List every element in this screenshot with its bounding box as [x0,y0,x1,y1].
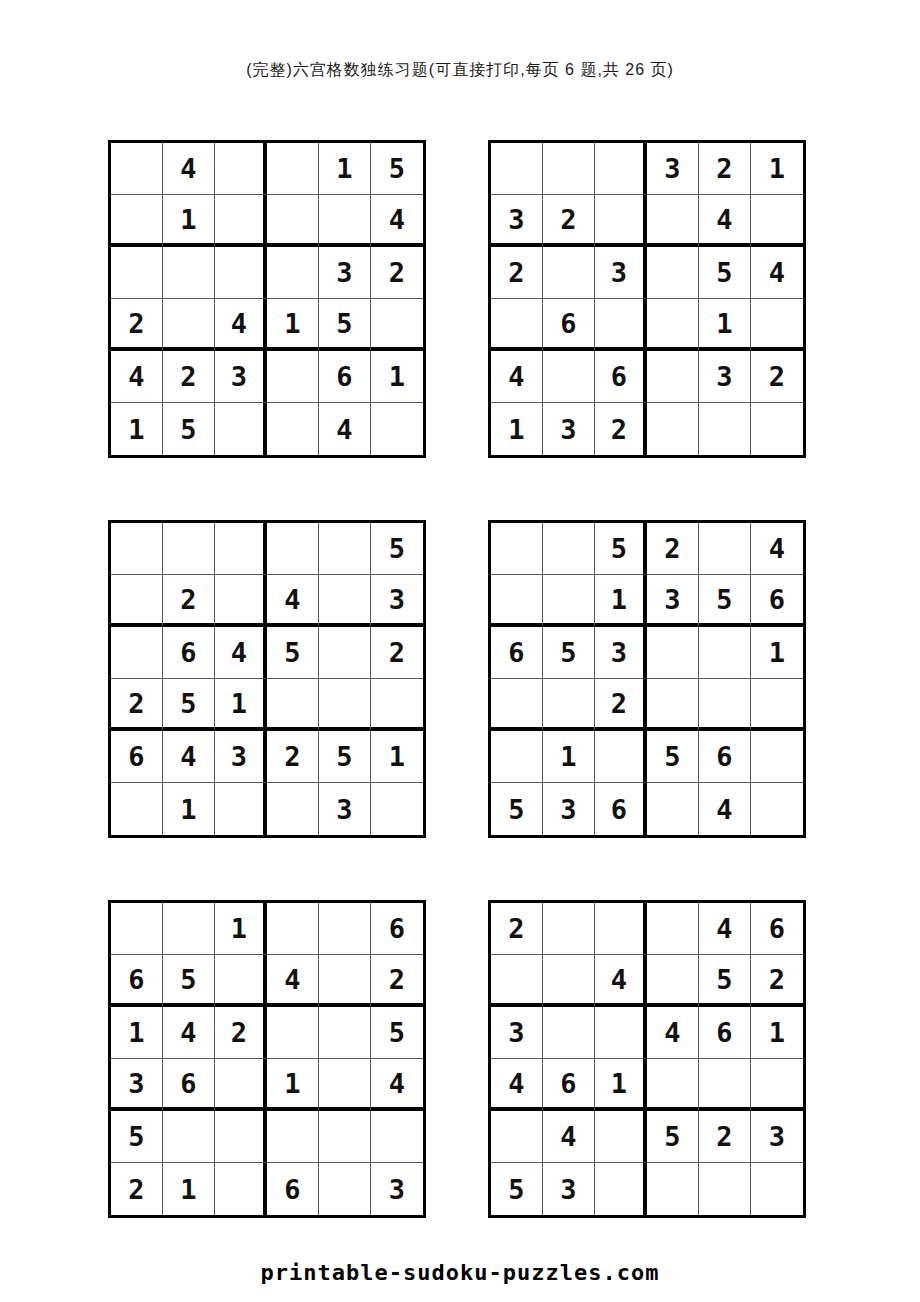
cell-r6c2: 3 [543,783,595,835]
cell-r1c6: 1 [751,143,803,195]
cell-r2c1 [111,575,163,627]
cell-r2c2: 5 [163,955,215,1007]
cell-r1c6: 4 [751,523,803,575]
cell-r1c4 [267,143,319,195]
cell-r6c1: 1 [111,403,163,455]
cell-r1c1 [111,523,163,575]
cell-r3c2 [163,247,215,299]
cell-r2c5: 4 [699,195,751,247]
cell-r3c5 [319,1007,371,1059]
cell-r6c3 [215,783,267,835]
cell-r6c5: 4 [699,783,751,835]
cell-r5c4 [267,351,319,403]
cell-r4c5: 5 [319,299,371,351]
cell-r4c5 [319,679,371,731]
cell-r2c5 [319,955,371,1007]
cell-r6c6 [751,403,803,455]
cell-r6c5 [699,1163,751,1215]
cell-r6c5 [319,1163,371,1215]
cell-r2c3: 4 [595,955,647,1007]
cell-r5c1: 5 [111,1111,163,1163]
cell-r6c3 [215,1163,267,1215]
cell-r4c3: 1 [595,1059,647,1111]
cell-r2c3 [215,575,267,627]
cell-r6c4 [267,403,319,455]
cell-r4c6 [751,299,803,351]
cell-r5c2 [543,351,595,403]
cell-r6c5 [699,403,751,455]
cell-r1c2 [163,903,215,955]
cell-r1c5: 4 [699,903,751,955]
sudoku-board-3: 5243645225164325113 [108,520,426,838]
cell-r2c2 [543,955,595,1007]
cell-r1c3 [215,523,267,575]
cell-r2c1: 6 [111,955,163,1007]
cell-r5c2: 1 [543,731,595,783]
cell-r3c4 [647,627,699,679]
cell-r2c2 [543,575,595,627]
cell-r5c2 [163,1111,215,1163]
cell-r4c1 [491,679,543,731]
cell-r2c4 [267,195,319,247]
cell-r5c4: 2 [267,731,319,783]
cell-r5c2: 4 [543,1111,595,1163]
cell-r3c3: 3 [595,627,647,679]
cell-r1c5 [319,523,371,575]
cell-r4c4 [647,299,699,351]
cell-r1c1 [111,903,163,955]
cell-r2c5: 5 [699,955,751,1007]
cell-r3c3: 4 [215,627,267,679]
cell-r6c6 [371,783,423,835]
cell-r1c2 [543,143,595,195]
cell-r5c5 [319,1111,371,1163]
cell-r5c1 [491,1111,543,1163]
cell-r3c6: 4 [751,247,803,299]
cell-r1c2: 4 [163,143,215,195]
cell-r6c1: 5 [491,783,543,835]
sudoku-board-5: 1665421425361452163 [108,900,426,1218]
cell-r6c5: 4 [319,403,371,455]
cell-r4c3 [215,1059,267,1111]
cell-r3c2 [543,1007,595,1059]
cell-r5c4: 5 [647,731,699,783]
cell-r3c2 [543,247,595,299]
cell-r2c1 [491,575,543,627]
cell-r3c6: 2 [371,247,423,299]
cell-r4c2: 6 [163,1059,215,1111]
cell-r4c2 [163,299,215,351]
footer-site-url: printable-sudoku-puzzles.com [0,1260,920,1285]
cell-r4c6 [371,679,423,731]
cell-r6c6: 3 [371,1163,423,1215]
cell-r1c6: 5 [371,523,423,575]
cell-r3c2: 5 [543,627,595,679]
cell-r1c6: 5 [371,143,423,195]
cell-r4c3: 2 [595,679,647,731]
cell-r6c6 [751,1163,803,1215]
cell-r1c4: 3 [647,143,699,195]
cell-r5c3: 6 [595,351,647,403]
cell-r4c4 [647,1059,699,1111]
cell-r4c5: 1 [699,299,751,351]
cell-r2c5 [319,575,371,627]
cell-r2c2: 2 [543,195,595,247]
cell-r4c4 [647,679,699,731]
cell-r5c5: 6 [319,351,371,403]
cell-r5c6 [371,1111,423,1163]
cell-r3c2: 4 [163,1007,215,1059]
cell-r3c3: 2 [215,1007,267,1059]
cell-r6c6 [371,403,423,455]
cell-r4c2: 6 [543,299,595,351]
cell-r4c1: 4 [491,1059,543,1111]
cell-r4c6: 4 [371,1059,423,1111]
cell-r4c2: 5 [163,679,215,731]
cell-r5c4 [647,351,699,403]
cell-r5c5: 2 [699,1111,751,1163]
cell-r5c1: 4 [491,351,543,403]
cell-r1c4 [647,903,699,955]
cell-r5c2: 2 [163,351,215,403]
cell-r3c3 [215,247,267,299]
cell-r3c6: 1 [751,1007,803,1059]
cell-r2c6: 2 [751,955,803,1007]
cell-r1c1 [111,143,163,195]
cell-r2c3 [215,195,267,247]
cell-r1c3 [595,143,647,195]
cell-r4c5 [699,1059,751,1111]
cell-r2c1 [111,195,163,247]
cell-r6c4 [647,1163,699,1215]
cell-r6c3 [215,403,267,455]
cell-r4c2 [543,679,595,731]
cell-r1c1 [491,523,543,575]
cell-r4c5 [699,679,751,731]
cell-r5c3: 3 [215,731,267,783]
cell-r3c6: 2 [371,627,423,679]
cell-r1c3: 1 [215,903,267,955]
cell-r3c6: 5 [371,1007,423,1059]
sudoku-board-4: 5241356653121565364 [488,520,806,838]
cell-r3c5 [699,627,751,679]
cell-r3c5: 5 [699,247,751,299]
cell-r3c3 [595,1007,647,1059]
cell-r2c3 [595,195,647,247]
cell-r2c5: 5 [699,575,751,627]
cell-r3c5 [319,627,371,679]
cell-r4c3: 4 [215,299,267,351]
cell-r2c6 [751,195,803,247]
cell-r5c5: 5 [319,731,371,783]
cell-r6c3 [595,1163,647,1215]
cell-r6c2: 1 [163,783,215,835]
cell-r3c1: 2 [491,247,543,299]
page-title: (完整)六宫格数独练习题(可直接打印,每页 6 题,共 26 页) [0,60,920,81]
cell-r4c1: 2 [111,299,163,351]
cell-r5c2: 4 [163,731,215,783]
cell-r3c4 [647,247,699,299]
cell-r4c1: 3 [111,1059,163,1111]
cell-r1c3: 5 [595,523,647,575]
cell-r3c1 [111,247,163,299]
cell-r5c4: 5 [647,1111,699,1163]
cell-r1c4 [267,903,319,955]
cell-r6c5: 3 [319,783,371,835]
cell-r6c2: 1 [163,1163,215,1215]
cell-r5c3 [595,731,647,783]
cell-r3c4: 4 [647,1007,699,1059]
cell-r2c2: 1 [163,195,215,247]
cell-r3c1: 1 [111,1007,163,1059]
cell-r5c3: 3 [215,351,267,403]
cell-r5c6: 2 [751,351,803,403]
cell-r6c3: 2 [595,403,647,455]
cell-r2c6: 3 [371,575,423,627]
cell-r6c2: 5 [163,403,215,455]
cell-r5c6: 3 [751,1111,803,1163]
cell-r1c1 [491,143,543,195]
cell-r3c1: 3 [491,1007,543,1059]
cell-r4c5 [319,1059,371,1111]
cell-r4c6 [751,1059,803,1111]
cell-r2c6: 6 [751,575,803,627]
cell-r5c1: 4 [111,351,163,403]
cell-r5c6 [751,731,803,783]
cell-r5c4 [267,1111,319,1163]
cell-r1c3 [595,903,647,955]
cell-r3c2: 6 [163,627,215,679]
cell-r3c4 [267,247,319,299]
cell-r4c4 [267,679,319,731]
cell-r4c3 [595,299,647,351]
cell-r3c5: 3 [319,247,371,299]
cell-r1c6: 6 [371,903,423,955]
cell-r6c1 [111,783,163,835]
cell-r6c1: 2 [111,1163,163,1215]
cell-r2c4: 3 [647,575,699,627]
cell-r5c6: 1 [371,731,423,783]
cell-r1c6: 6 [751,903,803,955]
cell-r1c5: 1 [319,143,371,195]
cell-r2c1 [491,955,543,1007]
cell-r6c2: 3 [543,403,595,455]
cell-r5c1 [491,731,543,783]
cell-r4c2: 6 [543,1059,595,1111]
cell-r1c5 [699,523,751,575]
cell-r4c6 [371,299,423,351]
cell-r4c4: 1 [267,299,319,351]
cell-r1c5: 2 [699,143,751,195]
cell-r3c1: 6 [491,627,543,679]
cell-r5c5: 3 [699,351,751,403]
cell-r1c1: 2 [491,903,543,955]
cell-r6c6 [751,783,803,835]
cell-r6c4 [647,403,699,455]
cell-r3c3: 3 [595,247,647,299]
cell-r3c4: 5 [267,627,319,679]
cell-r2c4 [647,955,699,1007]
cell-r4c1: 2 [111,679,163,731]
cell-r6c4 [267,783,319,835]
cell-r1c3 [215,143,267,195]
cell-r2c4: 4 [267,575,319,627]
cell-r2c5 [319,195,371,247]
cell-r2c1: 3 [491,195,543,247]
cell-r5c6: 1 [371,351,423,403]
cell-r2c3: 1 [595,575,647,627]
cell-r2c4: 4 [267,955,319,1007]
cell-r2c3 [215,955,267,1007]
cell-r6c4: 6 [267,1163,319,1215]
cell-r1c5 [319,903,371,955]
cell-r2c6: 2 [371,955,423,1007]
cell-r1c2 [163,523,215,575]
cell-r3c5: 6 [699,1007,751,1059]
cell-r4c4: 1 [267,1059,319,1111]
cell-r2c4 [647,195,699,247]
cell-r5c3 [215,1111,267,1163]
cell-r3c6: 1 [751,627,803,679]
cell-r6c2: 3 [543,1163,595,1215]
cell-r4c6 [751,679,803,731]
cell-r2c6: 4 [371,195,423,247]
cell-r1c4 [267,523,319,575]
cell-r6c1: 5 [491,1163,543,1215]
cell-r3c1 [111,627,163,679]
cell-r6c3: 6 [595,783,647,835]
cell-r3c4 [267,1007,319,1059]
cell-r1c2 [543,523,595,575]
cell-r4c3: 1 [215,679,267,731]
cell-r6c4 [647,783,699,835]
sudoku-board-2: 3213242354614632132 [488,140,806,458]
sudoku-board-6: 2464523461461452353 [488,900,806,1218]
puzzle-grid-area: 4151432241542361154 3213242354614632132 … [108,140,806,1218]
cell-r5c3 [595,1111,647,1163]
cell-r2c2: 2 [163,575,215,627]
cell-r5c1: 6 [111,731,163,783]
cell-r6c1: 1 [491,403,543,455]
cell-r1c2 [543,903,595,955]
cell-r5c5: 6 [699,731,751,783]
cell-r1c4: 2 [647,523,699,575]
sudoku-board-1: 4151432241542361154 [108,140,426,458]
cell-r4c1 [491,299,543,351]
